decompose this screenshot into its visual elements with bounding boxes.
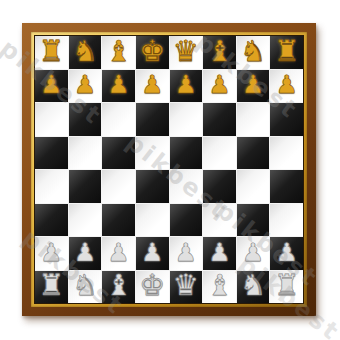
piece-gold-pawn: ♟ bbox=[141, 72, 163, 97]
square-e8[interactable]: ♛ bbox=[170, 36, 203, 69]
piece-silver-knight: ♞ bbox=[240, 271, 266, 300]
square-d6[interactable] bbox=[136, 103, 169, 136]
square-h2[interactable]: ♟ bbox=[270, 237, 303, 270]
square-b4[interactable] bbox=[69, 170, 102, 203]
square-f7[interactable]: ♟ bbox=[203, 70, 236, 103]
square-e1[interactable]: ♛ bbox=[170, 271, 203, 304]
square-d5[interactable] bbox=[136, 137, 169, 170]
square-f5[interactable] bbox=[203, 137, 236, 170]
square-b8[interactable]: ♞ bbox=[69, 36, 102, 69]
square-b6[interactable] bbox=[69, 103, 102, 136]
square-c1[interactable]: ♝ bbox=[102, 271, 135, 304]
square-g3[interactable] bbox=[237, 204, 270, 237]
square-e3[interactable] bbox=[170, 204, 203, 237]
piece-silver-bishop: ♝ bbox=[206, 271, 232, 300]
square-h4[interactable] bbox=[270, 170, 303, 203]
square-d3[interactable] bbox=[136, 204, 169, 237]
piece-gold-pawn: ♟ bbox=[107, 72, 129, 97]
square-e5[interactable] bbox=[170, 137, 203, 170]
square-g7[interactable]: ♟ bbox=[237, 70, 270, 103]
piece-gold-rook: ♜ bbox=[38, 37, 64, 66]
square-g4[interactable] bbox=[237, 170, 270, 203]
piece-silver-king: ♚ bbox=[139, 271, 165, 300]
square-f1[interactable]: ♝ bbox=[203, 271, 236, 304]
square-b3[interactable] bbox=[69, 204, 102, 237]
square-d7[interactable]: ♟ bbox=[136, 70, 169, 103]
square-b2[interactable]: ♟ bbox=[69, 237, 102, 270]
piece-gold-knight: ♞ bbox=[240, 37, 266, 66]
square-h5[interactable] bbox=[270, 137, 303, 170]
piece-gold-bishop: ♝ bbox=[106, 37, 132, 66]
square-h3[interactable] bbox=[270, 204, 303, 237]
square-d4[interactable] bbox=[136, 170, 169, 203]
square-e4[interactable] bbox=[170, 170, 203, 203]
square-f4[interactable] bbox=[203, 170, 236, 203]
piece-gold-pawn: ♟ bbox=[208, 72, 230, 97]
piece-gold-pawn: ♟ bbox=[275, 72, 297, 97]
square-f6[interactable] bbox=[203, 103, 236, 136]
piece-silver-pawn: ♟ bbox=[141, 240, 163, 265]
square-g1[interactable]: ♞ bbox=[237, 271, 270, 304]
square-b5[interactable] bbox=[69, 137, 102, 170]
piece-silver-pawn: ♟ bbox=[40, 240, 62, 265]
board-gold-rim: ♜♞♝♚♛♝♞♜♟♟♟♟♟♟♟♟♟♟♟♟♟♟♟♟♜♞♝♚♛♝♞♜ bbox=[31, 32, 307, 307]
square-c7[interactable]: ♟ bbox=[102, 70, 135, 103]
square-a7[interactable]: ♟ bbox=[35, 70, 68, 103]
square-e6[interactable] bbox=[170, 103, 203, 136]
piece-silver-bishop: ♝ bbox=[106, 271, 132, 300]
square-c8[interactable]: ♝ bbox=[102, 36, 135, 69]
piece-silver-pawn: ♟ bbox=[275, 240, 297, 265]
square-f3[interactable] bbox=[203, 204, 236, 237]
square-a4[interactable] bbox=[35, 170, 68, 203]
piece-gold-knight: ♞ bbox=[72, 37, 98, 66]
chess-board: ♜♞♝♚♛♝♞♜♟♟♟♟♟♟♟♟♟♟♟♟♟♟♟♟♜♞♝♚♛♝♞♜ bbox=[34, 35, 304, 304]
piece-gold-pawn: ♟ bbox=[74, 72, 96, 97]
piece-gold-bishop: ♝ bbox=[206, 37, 232, 66]
square-a1[interactable]: ♜ bbox=[35, 271, 68, 304]
square-a2[interactable]: ♟ bbox=[35, 237, 68, 270]
square-d2[interactable]: ♟ bbox=[136, 237, 169, 270]
square-c5[interactable] bbox=[102, 137, 135, 170]
square-h6[interactable] bbox=[270, 103, 303, 136]
square-g8[interactable]: ♞ bbox=[237, 36, 270, 69]
piece-silver-pawn: ♟ bbox=[208, 240, 230, 265]
piece-gold-queen: ♛ bbox=[173, 37, 199, 66]
square-b1[interactable]: ♞ bbox=[69, 271, 102, 304]
piece-gold-king: ♚ bbox=[139, 37, 165, 66]
piece-silver-pawn: ♟ bbox=[74, 240, 96, 265]
square-g5[interactable] bbox=[237, 137, 270, 170]
square-d8[interactable]: ♚ bbox=[136, 36, 169, 69]
square-c3[interactable] bbox=[102, 204, 135, 237]
square-c6[interactable] bbox=[102, 103, 135, 136]
piece-silver-knight: ♞ bbox=[72, 271, 98, 300]
square-e2[interactable]: ♟ bbox=[170, 237, 203, 270]
piece-silver-pawn: ♟ bbox=[107, 240, 129, 265]
square-d1[interactable]: ♚ bbox=[136, 271, 169, 304]
square-h1[interactable]: ♜ bbox=[270, 271, 303, 304]
square-c4[interactable] bbox=[102, 170, 135, 203]
square-f2[interactable]: ♟ bbox=[203, 237, 236, 270]
square-h8[interactable]: ♜ bbox=[270, 36, 303, 69]
chess-scene: ♜♞♝♚♛♝♞♜♟♟♟♟♟♟♟♟♟♟♟♟♟♟♟♟♜♞♝♚♛♝♞♜ pikbest… bbox=[0, 0, 340, 340]
board-frame: ♜♞♝♚♛♝♞♜♟♟♟♟♟♟♟♟♟♟♟♟♟♟♟♟♜♞♝♚♛♝♞♜ bbox=[22, 23, 316, 316]
square-h7[interactable]: ♟ bbox=[270, 70, 303, 103]
square-a5[interactable] bbox=[35, 137, 68, 170]
square-a3[interactable] bbox=[35, 204, 68, 237]
square-f8[interactable]: ♝ bbox=[203, 36, 236, 69]
square-b7[interactable]: ♟ bbox=[69, 70, 102, 103]
square-e7[interactable]: ♟ bbox=[170, 70, 203, 103]
square-a6[interactable] bbox=[35, 103, 68, 136]
piece-gold-rook: ♜ bbox=[274, 37, 300, 66]
piece-silver-rook: ♜ bbox=[38, 271, 64, 300]
piece-silver-pawn: ♟ bbox=[242, 240, 264, 265]
piece-gold-pawn: ♟ bbox=[242, 72, 264, 97]
piece-silver-queen: ♛ bbox=[173, 271, 199, 300]
square-c2[interactable]: ♟ bbox=[102, 237, 135, 270]
square-g6[interactable] bbox=[237, 103, 270, 136]
piece-gold-pawn: ♟ bbox=[40, 72, 62, 97]
square-g2[interactable]: ♟ bbox=[237, 237, 270, 270]
piece-silver-rook: ♜ bbox=[274, 271, 300, 300]
piece-gold-pawn: ♟ bbox=[175, 72, 197, 97]
piece-silver-pawn: ♟ bbox=[175, 240, 197, 265]
square-a8[interactable]: ♜ bbox=[35, 36, 68, 69]
